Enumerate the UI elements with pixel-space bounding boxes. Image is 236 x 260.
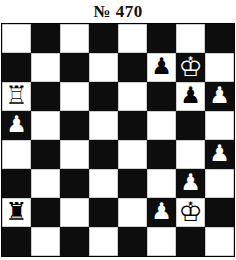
square-g5	[176, 111, 205, 140]
piece-white-pawn: ♟	[209, 84, 230, 107]
square-c6	[60, 82, 89, 111]
square-d5	[89, 111, 118, 140]
square-e2	[118, 198, 147, 227]
square-a6: ♖	[2, 82, 31, 111]
square-b5	[31, 111, 60, 140]
piece-white-rook: ♖	[5, 83, 27, 108]
square-h5	[205, 111, 234, 140]
square-d4	[89, 140, 118, 169]
square-d3	[89, 169, 118, 198]
square-g6: ♟	[176, 82, 205, 111]
square-d1	[89, 227, 118, 256]
square-a7	[2, 53, 31, 82]
square-f2: ♟	[147, 198, 176, 227]
square-f8	[147, 24, 176, 53]
square-h2	[205, 198, 234, 227]
square-c5	[60, 111, 89, 140]
square-b2	[31, 198, 60, 227]
square-f4	[147, 140, 176, 169]
square-c4	[60, 140, 89, 169]
diagram-number: № 470	[0, 0, 236, 23]
square-e4	[118, 140, 147, 169]
square-b8	[31, 24, 60, 53]
square-a3	[2, 169, 31, 198]
square-f3	[147, 169, 176, 198]
square-f1	[147, 227, 176, 256]
square-b3	[31, 169, 60, 198]
square-a8	[2, 24, 31, 53]
square-g7: ♔	[176, 53, 205, 82]
piece-black-king: ♔	[178, 53, 202, 80]
square-h4: ♟	[205, 140, 234, 169]
square-a1	[2, 227, 31, 256]
square-h1	[205, 227, 234, 256]
chess-board: ♟♔♖♟♟♟♟♟♜♟♔	[1, 23, 235, 257]
square-e7	[118, 53, 147, 82]
square-a5: ♟	[2, 111, 31, 140]
square-d7	[89, 53, 118, 82]
square-h6: ♟	[205, 82, 234, 111]
square-e5	[118, 111, 147, 140]
square-e6	[118, 82, 147, 111]
square-b4	[31, 140, 60, 169]
square-c3	[60, 169, 89, 198]
piece-white-pawn: ♟	[180, 171, 201, 194]
square-f6	[147, 82, 176, 111]
piece-black-pawn: ♟	[151, 55, 172, 78]
square-e1	[118, 227, 147, 256]
square-b6	[31, 82, 60, 111]
piece-black-pawn: ♟	[180, 84, 201, 107]
piece-white-pawn: ♟	[151, 200, 172, 223]
square-a2: ♜	[2, 198, 31, 227]
square-c7	[60, 53, 89, 82]
square-e3	[118, 169, 147, 198]
square-h8	[205, 24, 234, 53]
square-f7: ♟	[147, 53, 176, 82]
square-c1	[60, 227, 89, 256]
piece-white-pawn: ♟	[209, 142, 230, 165]
square-c2	[60, 198, 89, 227]
square-f5	[147, 111, 176, 140]
square-b7	[31, 53, 60, 82]
square-d6	[89, 82, 118, 111]
square-g8	[176, 24, 205, 53]
square-b1	[31, 227, 60, 256]
square-g2: ♔	[176, 198, 205, 227]
square-h7	[205, 53, 234, 82]
square-g4	[176, 140, 205, 169]
piece-white-king: ♔	[178, 198, 202, 225]
square-g3: ♟	[176, 169, 205, 198]
piece-white-pawn: ♟	[6, 113, 27, 136]
square-h3	[205, 169, 234, 198]
square-d8	[89, 24, 118, 53]
square-c8	[60, 24, 89, 53]
square-d2	[89, 198, 118, 227]
square-g1	[176, 227, 205, 256]
square-a4	[2, 140, 31, 169]
chess-diagram-page: № 470 ♟♔♖♟♟♟♟♟♜♟♔	[0, 0, 236, 260]
piece-black-rook: ♜	[5, 199, 27, 224]
square-e8	[118, 24, 147, 53]
